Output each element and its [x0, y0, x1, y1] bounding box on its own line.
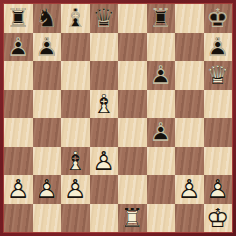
black-knight[interactable]: ♞♘: [33, 4, 62, 33]
piece-outline-glyph: ♕: [204, 61, 233, 90]
square-d5[interactable]: ♝♗: [90, 90, 119, 119]
square-f4[interactable]: ♟♙: [147, 118, 176, 147]
white-queen[interactable]: ♛♕: [204, 61, 233, 90]
square-e8[interactable]: [118, 4, 147, 33]
square-h6[interactable]: ♛♕: [204, 61, 233, 90]
square-e2[interactable]: [118, 175, 147, 204]
square-f8[interactable]: ♜♖: [147, 4, 176, 33]
square-b7[interactable]: ♟♙: [33, 33, 62, 62]
square-a2[interactable]: ♟♙: [4, 175, 33, 204]
piece-outline-glyph: ♙: [90, 147, 119, 176]
black-queen[interactable]: ♛♕: [90, 4, 119, 33]
square-b6[interactable]: [33, 61, 62, 90]
black-pawn[interactable]: ♟♙: [147, 118, 176, 147]
square-h3[interactable]: [204, 147, 233, 176]
square-a4[interactable]: [4, 118, 33, 147]
square-a3[interactable]: [4, 147, 33, 176]
piece-outline-glyph: ♙: [204, 33, 233, 62]
square-b4[interactable]: [33, 118, 62, 147]
square-d1[interactable]: [90, 204, 119, 233]
square-a1[interactable]: [4, 204, 33, 233]
square-g8[interactable]: [175, 4, 204, 33]
board-frame: ♜♖♞♘♝♗♛♕♜♖♚♔♟♙♟♙♟♙♟♙♛♕♝♗♟♙♝♗♟♙♟♙♟♙♟♙♟♙♟♙…: [0, 0, 236, 236]
square-a7[interactable]: ♟♙: [4, 33, 33, 62]
white-king[interactable]: ♚♔: [204, 204, 233, 233]
piece-outline-glyph: ♔: [204, 4, 233, 33]
piece-outline-glyph: ♘: [33, 4, 62, 33]
square-g2[interactable]: ♟♙: [175, 175, 204, 204]
square-b3[interactable]: [33, 147, 62, 176]
square-d7[interactable]: [90, 33, 119, 62]
white-pawn[interactable]: ♟♙: [4, 175, 33, 204]
black-pawn[interactable]: ♟♙: [4, 33, 33, 62]
square-c4[interactable]: [61, 118, 90, 147]
piece-outline-glyph: ♙: [61, 175, 90, 204]
white-bishop[interactable]: ♝♗: [61, 147, 90, 176]
square-e1[interactable]: ♜♖: [118, 204, 147, 233]
square-g1[interactable]: [175, 204, 204, 233]
square-b5[interactable]: [33, 90, 62, 119]
piece-outline-glyph: ♙: [4, 33, 33, 62]
square-e5[interactable]: [118, 90, 147, 119]
piece-outline-glyph: ♗: [61, 147, 90, 176]
black-pawn[interactable]: ♟♙: [204, 33, 233, 62]
piece-outline-glyph: ♕: [90, 4, 119, 33]
square-e4[interactable]: [118, 118, 147, 147]
piece-outline-glyph: ♖: [147, 4, 176, 33]
white-pawn[interactable]: ♟♙: [90, 147, 119, 176]
white-pawn[interactable]: ♟♙: [61, 175, 90, 204]
white-rook[interactable]: ♜♖: [118, 204, 147, 233]
piece-outline-glyph: ♗: [61, 4, 90, 33]
square-d2[interactable]: [90, 175, 119, 204]
square-d6[interactable]: [90, 61, 119, 90]
piece-outline-glyph: ♙: [33, 33, 62, 62]
square-c3[interactable]: ♝♗: [61, 147, 90, 176]
square-c1[interactable]: [61, 204, 90, 233]
square-b2[interactable]: ♟♙: [33, 175, 62, 204]
piece-outline-glyph: ♖: [4, 4, 33, 33]
piece-outline-glyph: ♙: [4, 175, 33, 204]
piece-outline-glyph: ♙: [204, 175, 233, 204]
square-b1[interactable]: [33, 204, 62, 233]
white-pawn[interactable]: ♟♙: [204, 175, 233, 204]
square-g3[interactable]: [175, 147, 204, 176]
square-c7[interactable]: [61, 33, 90, 62]
square-g6[interactable]: [175, 61, 204, 90]
square-g5[interactable]: [175, 90, 204, 119]
square-f1[interactable]: [147, 204, 176, 233]
square-c8[interactable]: ♝♗: [61, 4, 90, 33]
square-f3[interactable]: [147, 147, 176, 176]
square-f5[interactable]: [147, 90, 176, 119]
square-b8[interactable]: ♞♘: [33, 4, 62, 33]
square-f7[interactable]: [147, 33, 176, 62]
square-h2[interactable]: ♟♙: [204, 175, 233, 204]
square-d8[interactable]: ♛♕: [90, 4, 119, 33]
square-h5[interactable]: [204, 90, 233, 119]
white-pawn[interactable]: ♟♙: [175, 175, 204, 204]
black-rook[interactable]: ♜♖: [147, 4, 176, 33]
square-d4[interactable]: [90, 118, 119, 147]
square-e6[interactable]: [118, 61, 147, 90]
piece-outline-glyph: ♔: [204, 204, 233, 233]
square-a8[interactable]: ♜♖: [4, 4, 33, 33]
square-h1[interactable]: ♚♔: [204, 204, 233, 233]
piece-outline-glyph: ♙: [175, 175, 204, 204]
square-a5[interactable]: [4, 90, 33, 119]
white-pawn[interactable]: ♟♙: [33, 175, 62, 204]
square-e7[interactable]: [118, 33, 147, 62]
black-king[interactable]: ♚♔: [204, 4, 233, 33]
black-bishop[interactable]: ♝♗: [61, 4, 90, 33]
square-h8[interactable]: ♚♔: [204, 4, 233, 33]
square-f2[interactable]: [147, 175, 176, 204]
square-a6[interactable]: [4, 61, 33, 90]
square-g4[interactable]: [175, 118, 204, 147]
square-c2[interactable]: ♟♙: [61, 175, 90, 204]
square-g7[interactable]: [175, 33, 204, 62]
square-c5[interactable]: [61, 90, 90, 119]
black-rook[interactable]: ♜♖: [4, 4, 33, 33]
piece-outline-glyph: ♖: [118, 204, 147, 233]
white-bishop[interactable]: ♝♗: [90, 90, 119, 119]
square-d3[interactable]: ♟♙: [90, 147, 119, 176]
piece-outline-glyph: ♙: [147, 118, 176, 147]
piece-outline-glyph: ♗: [90, 90, 119, 119]
square-c6[interactable]: [61, 61, 90, 90]
square-e3[interactable]: [118, 147, 147, 176]
chess-board: ♜♖♞♘♝♗♛♕♜♖♚♔♟♙♟♙♟♙♟♙♛♕♝♗♟♙♝♗♟♙♟♙♟♙♟♙♟♙♟♙…: [4, 4, 232, 232]
square-h7[interactable]: ♟♙: [204, 33, 233, 62]
black-pawn[interactable]: ♟♙: [147, 61, 176, 90]
square-f6[interactable]: ♟♙: [147, 61, 176, 90]
piece-outline-glyph: ♙: [147, 61, 176, 90]
black-pawn[interactable]: ♟♙: [33, 33, 62, 62]
piece-outline-glyph: ♙: [33, 175, 62, 204]
square-h4[interactable]: [204, 118, 233, 147]
